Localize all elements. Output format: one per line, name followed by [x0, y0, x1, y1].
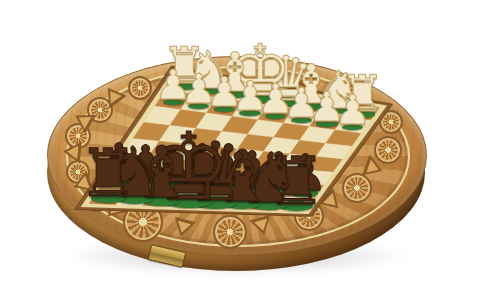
piece-white-pawn[interactable]: ♟ — [155, 65, 192, 106]
pieces-layer: ♜♞♝♛♚♝♞♜♟♟♟♟♟♟♟♟♟♟♟♟♟♟♟♟♜♞♝♛♚♝♞♜ — [0, 0, 480, 296]
product-photo-scene: ♜♞♝♛♚♝♞♜♟♟♟♟♟♟♟♟♟♟♟♟♟♟♟♟♜♞♝♛♚♝♞♜ — [0, 0, 480, 296]
piece-black-rook[interactable]: ♜ — [78, 140, 138, 206]
